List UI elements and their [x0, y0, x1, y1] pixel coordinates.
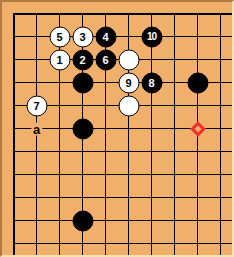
intersection-c6r6	[117, 117, 140, 140]
intersection-c7r10	[140, 209, 163, 232]
intersection-c2r3	[25, 48, 48, 71]
grid-line-vertical	[151, 232, 152, 255]
grid-line-vertical	[220, 232, 221, 255]
grid-line-vertical	[151, 13, 152, 25]
intersection-c3r7	[48, 140, 71, 163]
grid-line-vertical	[220, 48, 221, 71]
grid-line-vertical	[13, 48, 15, 71]
intersection-c6r7	[117, 140, 140, 163]
grid-line-vertical	[59, 140, 60, 163]
intersection-c5r6	[94, 117, 117, 140]
intersection-c8r4	[163, 71, 186, 94]
intersection-c3r3: 1	[48, 48, 71, 71]
grid-line-vertical	[13, 232, 15, 255]
intersection-c10r1	[209, 2, 232, 25]
intersection-c10r7	[209, 140, 232, 163]
black-stone-move-4: 4	[95, 26, 116, 47]
intersection-c10r9	[209, 186, 232, 209]
intersection-c7r9	[140, 186, 163, 209]
intersection-c9r6	[186, 117, 209, 140]
grid-line-vertical	[36, 48, 37, 71]
intersection-c3r4	[48, 71, 71, 94]
grid-line-vertical	[36, 25, 37, 48]
intersection-c5r3: 6	[94, 48, 117, 71]
intersection-c6r10	[117, 209, 140, 232]
grid-line-vertical	[36, 71, 37, 94]
black-stone	[187, 72, 208, 93]
white-stone	[118, 49, 139, 70]
grid-line-vertical	[220, 140, 221, 163]
intersection-c9r1	[186, 2, 209, 25]
intersection-c1r11	[2, 232, 25, 255]
intersection-c2r1	[25, 2, 48, 25]
grid-line-vertical	[197, 140, 198, 163]
grid-line-vertical	[13, 71, 15, 94]
grid-line-vertical	[13, 13, 15, 25]
grid-line-vertical	[82, 163, 83, 186]
grid-line-vertical	[82, 232, 83, 255]
red-diamond-marker	[190, 121, 206, 137]
intersection-c7r3	[140, 48, 163, 71]
intersection-c6r5	[117, 94, 140, 117]
intersection-c4r11	[71, 232, 94, 255]
grid-line-vertical	[13, 140, 15, 163]
grid-line-vertical	[174, 140, 175, 163]
grid-line-vertical	[82, 140, 83, 163]
intersection-c5r2: 4	[94, 25, 117, 48]
intersection-c10r6	[209, 117, 232, 140]
intersection-c2r8	[25, 163, 48, 186]
grid-line-vertical	[197, 232, 198, 255]
intersection-c9r11	[186, 232, 209, 255]
black-stone-move-10: 10	[141, 26, 162, 47]
intersection-c8r7	[163, 140, 186, 163]
grid-line-vertical	[197, 209, 198, 232]
grid-line-vertical	[197, 25, 198, 48]
intersection-c5r1	[94, 2, 117, 25]
intersection-c5r9	[94, 186, 117, 209]
grid-line-vertical	[220, 186, 221, 209]
intersection-c5r11	[94, 232, 117, 255]
intersection-c7r4: 8	[140, 71, 163, 94]
intersection-c7r2: 10	[140, 25, 163, 48]
grid-line-vertical	[105, 209, 106, 232]
grid-line-vertical	[128, 186, 129, 209]
grid-line-vertical	[174, 117, 175, 140]
white-stone-move-3: 3	[72, 26, 93, 47]
grid-line-vertical	[174, 209, 175, 232]
grid-line-vertical	[174, 94, 175, 117]
intersection-c4r1	[71, 2, 94, 25]
grid-line-vertical	[36, 13, 37, 25]
intersection-c10r3	[209, 48, 232, 71]
intersection-c4r3: 2	[71, 48, 94, 71]
grid-line-vertical	[174, 25, 175, 48]
intersection-c10r10	[209, 209, 232, 232]
intersection-c2r2	[25, 25, 48, 48]
intersection-c3r8	[48, 163, 71, 186]
grid-line-vertical	[82, 186, 83, 209]
grid-line-vertical	[197, 163, 198, 186]
intersection-c9r4	[186, 71, 209, 94]
intersection-c4r4	[71, 71, 94, 94]
white-stone	[118, 95, 139, 116]
intersection-c2r9	[25, 186, 48, 209]
grid-line-vertical	[13, 25, 15, 48]
grid-line-vertical	[13, 209, 15, 232]
intersection-c2r6: a	[25, 117, 48, 140]
grid-line-vertical	[36, 140, 37, 163]
intersection-c1r7	[2, 140, 25, 163]
grid-line-vertical	[105, 232, 106, 255]
intersection-c2r10	[25, 209, 48, 232]
intersection-c9r9	[186, 186, 209, 209]
grid-line-vertical	[36, 186, 37, 209]
grid-line-vertical	[151, 209, 152, 232]
intersection-c4r5	[71, 94, 94, 117]
intersection-c6r2	[117, 25, 140, 48]
point-label-a: a	[31, 122, 42, 135]
intersection-c6r9	[117, 186, 140, 209]
intersection-c7r8	[140, 163, 163, 186]
grid-line-vertical	[128, 13, 129, 25]
grid-line-vertical	[220, 13, 221, 25]
grid-line-vertical	[220, 94, 221, 117]
intersection-c8r11	[163, 232, 186, 255]
grid-line-vertical	[105, 163, 106, 186]
intersection-c4r8	[71, 163, 94, 186]
intersection-c1r1	[2, 2, 25, 25]
grid-line-vertical	[128, 163, 129, 186]
intersection-c9r8	[186, 163, 209, 186]
intersection-c5r5	[94, 94, 117, 117]
white-stone-move-1: 1	[49, 49, 70, 70]
intersection-c4r10	[71, 209, 94, 232]
intersection-c7r6	[140, 117, 163, 140]
grid-line-vertical	[105, 13, 106, 25]
grid-line-vertical	[151, 94, 152, 117]
intersection-c8r6	[163, 117, 186, 140]
intersection-c3r2: 5	[48, 25, 71, 48]
white-stone-move-7: 7	[26, 95, 47, 116]
intersection-c3r10	[48, 209, 71, 232]
grid-line-vertical	[13, 186, 15, 209]
grid-line-vertical	[59, 71, 60, 94]
grid-line-vertical	[59, 13, 60, 25]
grid-line-vertical	[151, 117, 152, 140]
grid-line-vertical	[128, 232, 129, 255]
grid-line-vertical	[220, 163, 221, 186]
grid-line-vertical	[174, 163, 175, 186]
intersection-c2r4	[25, 71, 48, 94]
intersection-c9r7	[186, 140, 209, 163]
grid-line-vertical	[36, 209, 37, 232]
grid-line-vertical	[105, 140, 106, 163]
intersection-c7r1	[140, 2, 163, 25]
intersection-c9r5	[186, 94, 209, 117]
grid-line-vertical	[197, 94, 198, 117]
intersection-c6r4: 9	[117, 71, 140, 94]
intersection-c10r8	[209, 163, 232, 186]
grid-line-vertical	[13, 117, 15, 140]
intersection-c2r11	[25, 232, 48, 255]
intersection-c6r8	[117, 163, 140, 186]
intersection-c1r4	[2, 71, 25, 94]
grid-line-vertical	[105, 186, 106, 209]
grid-line-vertical	[220, 117, 221, 140]
grid-line-vertical	[105, 117, 106, 140]
black-stone	[72, 72, 93, 93]
grid-line-vertical	[59, 186, 60, 209]
grid-line-vertical	[220, 71, 221, 94]
grid-line-vertical	[151, 140, 152, 163]
intersection-c2r7	[25, 140, 48, 163]
intersection-c3r6	[48, 117, 71, 140]
intersection-c4r7	[71, 140, 94, 163]
grid-line-vertical	[151, 163, 152, 186]
black-stone	[72, 210, 93, 231]
grid-line-vertical	[128, 25, 129, 48]
intersection-c6r11	[117, 232, 140, 255]
white-stone-move-9: 9	[118, 72, 139, 93]
intersection-c3r9	[48, 186, 71, 209]
intersection-c10r2	[209, 25, 232, 48]
intersection-c9r10	[186, 209, 209, 232]
intersection-c1r9	[2, 186, 25, 209]
grid-line-vertical	[174, 48, 175, 71]
intersection-c10r4	[209, 71, 232, 94]
intersection-c1r8	[2, 163, 25, 186]
intersection-c5r8	[94, 163, 117, 186]
intersection-c6r3	[117, 48, 140, 71]
intersection-c8r1	[163, 2, 186, 25]
intersection-c3r5	[48, 94, 71, 117]
grid-line-vertical	[59, 163, 60, 186]
grid-line-vertical	[220, 25, 221, 48]
grid-line-vertical	[59, 94, 60, 117]
grid-line-vertical	[197, 13, 198, 25]
grid-line-vertical	[197, 48, 198, 71]
intersection-c1r6	[2, 117, 25, 140]
grid-line-vertical	[59, 117, 60, 140]
black-stone-move-2: 2	[72, 49, 93, 70]
grid-line-vertical	[82, 94, 83, 117]
grid-line-vertical	[151, 186, 152, 209]
intersection-c7r7	[140, 140, 163, 163]
grid-line-vertical	[174, 71, 175, 94]
intersection-c1r2	[2, 25, 25, 48]
black-stone-move-8: 8	[141, 72, 162, 93]
intersection-c8r3	[163, 48, 186, 71]
intersection-c5r10	[94, 209, 117, 232]
grid-line-vertical	[59, 232, 60, 255]
grid-line-vertical	[220, 209, 221, 232]
grid-line-vertical	[174, 232, 175, 255]
grid-line-vertical	[197, 186, 198, 209]
intersection-c10r5	[209, 94, 232, 117]
go-board: 53410126987a	[0, 0, 234, 257]
white-stone-move-5: 5	[49, 26, 70, 47]
intersection-c8r10	[163, 209, 186, 232]
grid-line-vertical	[59, 209, 60, 232]
grid-line-vertical	[36, 232, 37, 255]
grid-line-vertical	[128, 209, 129, 232]
grid-line-vertical	[151, 48, 152, 71]
intersection-c9r2	[186, 25, 209, 48]
intersection-c7r11	[140, 232, 163, 255]
grid-line-vertical	[105, 94, 106, 117]
black-stone	[72, 118, 93, 139]
intersection-c4r6	[71, 117, 94, 140]
intersection-c4r2: 3	[71, 25, 94, 48]
intersection-c8r8	[163, 163, 186, 186]
grid-line-vertical	[128, 140, 129, 163]
grid-line-vertical	[13, 94, 15, 117]
intersection-c1r5	[2, 94, 25, 117]
grid-line-vertical	[128, 117, 129, 140]
intersection-c9r3	[186, 48, 209, 71]
intersection-c4r9	[71, 186, 94, 209]
intersection-c7r5	[140, 94, 163, 117]
intersection-c8r2	[163, 25, 186, 48]
grid-line-vertical	[82, 13, 83, 25]
intersection-c2r5: 7	[25, 94, 48, 117]
grid-line-vertical	[36, 163, 37, 186]
black-stone-move-6: 6	[95, 49, 116, 70]
intersection-c1r3	[2, 48, 25, 71]
intersection-c8r5	[163, 94, 186, 117]
intersection-c6r1	[117, 2, 140, 25]
intersection-c3r11	[48, 232, 71, 255]
intersection-c5r4	[94, 71, 117, 94]
intersection-c10r11	[209, 232, 232, 255]
intersection-c3r1	[48, 2, 71, 25]
grid-line-vertical	[105, 71, 106, 94]
grid-line-vertical	[174, 186, 175, 209]
intersection-c8r9	[163, 186, 186, 209]
intersection-c5r7	[94, 140, 117, 163]
grid-line-vertical	[13, 163, 15, 186]
grid-line-vertical	[174, 13, 175, 25]
intersection-c1r10	[2, 209, 25, 232]
